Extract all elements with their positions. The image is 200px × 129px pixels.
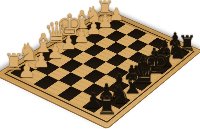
piece-white-pawn[interactable]: ♟ — [18, 60, 36, 80]
chess-set-photo: ♜♞♝♛♚♝♞♜♟♟♟♟♟♟♟♟♟♟♟♟♟♟♟♟♜♞♝♛♚♝♞♜ — [0, 0, 200, 129]
pieces-layer: ♜♞♝♛♚♝♞♜♟♟♟♟♟♟♟♟♟♟♟♟♟♟♟♟♜♞♝♛♚♝♞♜ — [0, 0, 200, 129]
piece-black-rook[interactable]: ♜ — [96, 94, 117, 118]
